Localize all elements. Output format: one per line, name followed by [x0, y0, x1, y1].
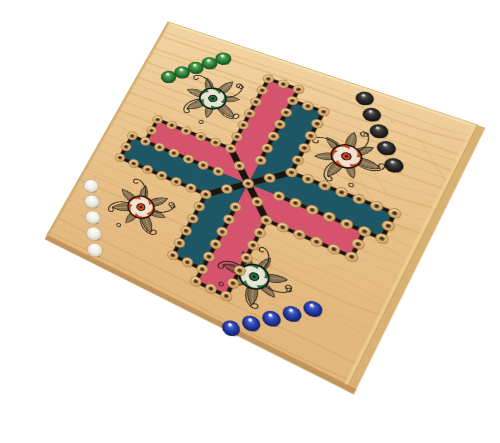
photo-background	[0, 0, 500, 443]
game-board	[47, 22, 477, 385]
board-surface	[47, 22, 477, 385]
